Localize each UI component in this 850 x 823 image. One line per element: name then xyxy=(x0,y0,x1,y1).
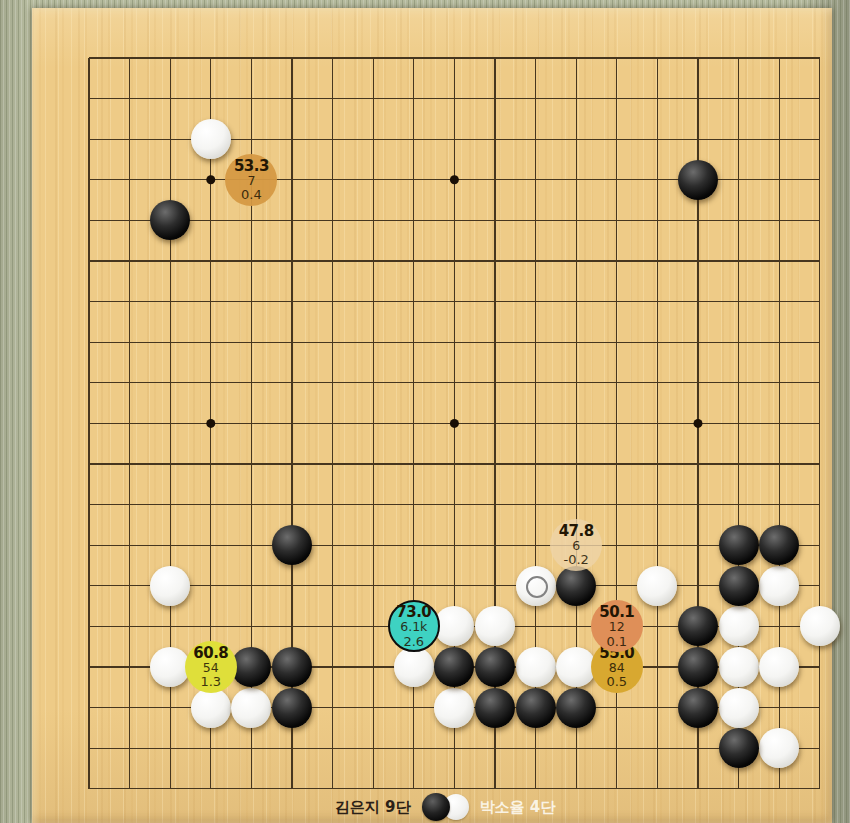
white-stone xyxy=(759,566,799,606)
black-stone xyxy=(272,647,312,687)
white-stone xyxy=(191,688,231,728)
black-stone-icon xyxy=(422,793,450,821)
star-point xyxy=(450,175,459,184)
black-player-name: 김은지 9단 xyxy=(335,798,411,817)
white-stone xyxy=(231,688,271,728)
black-stone xyxy=(475,688,515,728)
ai-winrate: 47.8 xyxy=(559,524,594,539)
go-board[interactable]: 73.06.1k2.660.8541.355.0840.553.370.450.… xyxy=(32,8,832,823)
white-stone xyxy=(434,688,474,728)
black-stone xyxy=(678,160,718,200)
black-stone xyxy=(556,566,596,606)
last-move-marker xyxy=(526,576,548,598)
ai-score-loss: -0.2 xyxy=(564,553,589,566)
ai-visits: 6 xyxy=(572,540,580,553)
white-stone xyxy=(191,119,231,159)
star-point xyxy=(206,419,215,428)
ai-score-loss: 2.6 xyxy=(403,635,424,648)
ai-winrate: 53.3 xyxy=(234,159,269,174)
black-stone xyxy=(719,728,759,768)
black-stone xyxy=(556,688,596,728)
ai-visits: 54 xyxy=(203,662,219,675)
ai-score-loss: 0.1 xyxy=(606,635,627,648)
player-stones-icon xyxy=(422,793,469,821)
star-point xyxy=(694,419,703,428)
white-stone xyxy=(637,566,677,606)
black-stone xyxy=(516,688,556,728)
black-stone xyxy=(719,566,759,606)
ai-move-suggestion[interactable]: 60.8541.3 xyxy=(185,641,237,693)
white-stone xyxy=(516,647,556,687)
star-point xyxy=(206,175,215,184)
ai-move-suggestion[interactable]: 50.1120.1 xyxy=(591,600,643,652)
white-stone xyxy=(800,606,840,646)
white-stone xyxy=(150,566,190,606)
white-stone xyxy=(759,647,799,687)
black-stone xyxy=(678,647,718,687)
players-bar: 김은지 9단 박소율 4단 xyxy=(20,792,850,822)
ai-visits: 6.1k xyxy=(400,621,427,634)
ai-score-loss: 0.5 xyxy=(606,675,627,688)
white-stone xyxy=(516,566,556,606)
ai-visits: 12 xyxy=(609,621,625,634)
ai-score-loss: 1.3 xyxy=(200,675,221,688)
ai-move-suggestion[interactable]: 53.370.4 xyxy=(225,154,277,206)
white-stone xyxy=(719,647,759,687)
black-stone xyxy=(272,525,312,565)
ai-score-loss: 0.4 xyxy=(241,188,262,201)
ai-visits: 84 xyxy=(609,662,625,675)
white-stone xyxy=(394,647,434,687)
ai-move-suggestion[interactable]: 47.86-0.2 xyxy=(550,519,602,571)
app-background: 73.06.1k2.660.8541.355.0840.553.370.450.… xyxy=(0,0,850,823)
white-stone xyxy=(719,688,759,728)
black-stone xyxy=(272,688,312,728)
ai-winrate: 50.1 xyxy=(599,605,634,620)
ai-visits: 7 xyxy=(247,175,255,188)
ai-winrate: 73.0 xyxy=(396,605,431,620)
black-stone xyxy=(678,688,718,728)
star-point xyxy=(450,419,459,428)
black-stone xyxy=(475,647,515,687)
ai-winrate: 60.8 xyxy=(193,646,228,661)
white-player-name: 박소율 4단 xyxy=(480,798,556,817)
black-stone xyxy=(719,525,759,565)
ai-move-suggestion[interactable]: 73.06.1k2.6 xyxy=(388,600,440,652)
white-stone xyxy=(719,606,759,646)
